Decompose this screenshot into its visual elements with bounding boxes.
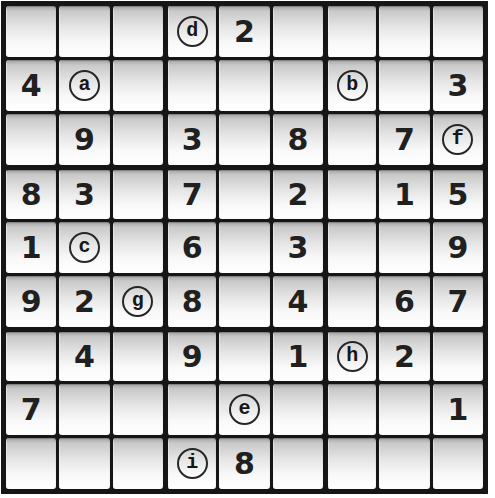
cell-r3c5[interactable]	[219, 114, 269, 165]
cell-r2c1[interactable]: 4	[6, 60, 56, 111]
cell-r9c1[interactable]	[6, 438, 56, 489]
given-digit-r6c1: 9	[21, 287, 42, 317]
given-digit-r4c6: 2	[287, 180, 308, 210]
cell-r3c9[interactable]: f	[433, 114, 483, 165]
circle-label-i: i	[177, 448, 208, 479]
cell-r3c6[interactable]: 8	[273, 114, 323, 165]
circle-label-c: c	[69, 232, 100, 263]
cell-r6c3[interactable]: g	[113, 276, 163, 327]
given-digit-r8c9: 1	[447, 395, 468, 425]
cell-r6c6[interactable]: 4	[273, 276, 323, 327]
cell-r6c5[interactable]	[219, 276, 269, 327]
cell-r3c8[interactable]: 7	[379, 114, 429, 165]
cell-r3c1[interactable]	[6, 114, 56, 165]
cell-r7c5[interactable]	[219, 330, 269, 381]
given-digit-r7c4: 9	[182, 342, 203, 372]
circle-label-a: a	[69, 70, 100, 101]
circle-label-h: h	[337, 341, 368, 372]
cell-r9c3[interactable]	[113, 438, 163, 489]
given-digit-r4c9: 5	[447, 180, 468, 210]
cell-r1c8[interactable]	[379, 6, 429, 57]
cell-r1c3[interactable]	[113, 6, 163, 57]
given-digit-r6c4: 8	[182, 287, 203, 317]
circle-label-e: e	[229, 394, 260, 425]
cell-r5c8[interactable]	[379, 222, 429, 273]
cell-r4c6[interactable]: 2	[273, 168, 323, 219]
cell-r6c8[interactable]: 6	[379, 276, 429, 327]
cell-r2c3[interactable]	[113, 60, 163, 111]
cell-r2c4[interactable]	[166, 60, 216, 111]
cell-r7c7[interactable]: h	[326, 330, 376, 381]
given-digit-r1c5: 2	[234, 17, 255, 47]
cell-r3c7[interactable]	[326, 114, 376, 165]
given-digit-r5c6: 3	[287, 233, 308, 263]
cell-r4c2[interactable]: 3	[59, 168, 109, 219]
cell-r2c2[interactable]: a	[59, 60, 109, 111]
cell-r1c5[interactable]: 2	[219, 6, 269, 57]
cell-r7c9[interactable]	[433, 330, 483, 381]
cell-r7c8[interactable]: 2	[379, 330, 429, 381]
cell-r1c7[interactable]	[326, 6, 376, 57]
cell-r6c2[interactable]: 2	[59, 276, 109, 327]
cell-r6c1[interactable]: 9	[6, 276, 56, 327]
cell-r4c3[interactable]	[113, 168, 163, 219]
given-digit-r5c1: 1	[21, 233, 42, 263]
given-digit-r4c4: 7	[182, 180, 203, 210]
cell-r4c8[interactable]: 1	[379, 168, 429, 219]
cell-r5c4[interactable]: 6	[166, 222, 216, 273]
cell-r7c6[interactable]: 1	[273, 330, 323, 381]
cell-r1c9[interactable]	[433, 6, 483, 57]
sudoku-board: d24ab39387f8372151c63992g8467491h27e1i8	[1, 1, 488, 494]
circle-label-g: g	[122, 286, 153, 317]
cell-r6c4[interactable]: 8	[166, 276, 216, 327]
cell-r3c2[interactable]: 9	[59, 114, 109, 165]
cell-r2c8[interactable]	[379, 60, 429, 111]
given-digit-r6c6: 4	[287, 287, 308, 317]
circle-label-d: d	[177, 16, 208, 47]
given-digit-r7c2: 4	[74, 342, 95, 372]
cell-r8c2[interactable]	[59, 384, 109, 435]
cell-r7c1[interactable]	[6, 330, 56, 381]
cell-r9c2[interactable]	[59, 438, 109, 489]
cell-r2c5[interactable]	[219, 60, 269, 111]
given-digit-r3c4: 3	[182, 125, 203, 155]
cell-r7c4[interactable]: 9	[166, 330, 216, 381]
cell-r8c3[interactable]	[113, 384, 163, 435]
cell-r1c2[interactable]	[59, 6, 109, 57]
given-digit-r7c6: 1	[287, 342, 308, 372]
cell-r9c5[interactable]: 8	[219, 438, 269, 489]
cell-r2c7[interactable]: b	[326, 60, 376, 111]
cell-r5c1[interactable]: 1	[6, 222, 56, 273]
circle-label-f: f	[442, 124, 473, 155]
given-digit-r6c8: 6	[394, 287, 415, 317]
given-digit-r6c9: 7	[447, 287, 468, 317]
cell-r9c6[interactable]	[273, 438, 323, 489]
given-digit-r4c1: 8	[21, 180, 42, 210]
cell-r6c7[interactable]	[326, 276, 376, 327]
cell-r4c5[interactable]	[219, 168, 269, 219]
given-digit-r3c2: 9	[74, 125, 95, 155]
circle-label-b: b	[337, 70, 368, 101]
cell-r8c1[interactable]: 7	[6, 384, 56, 435]
cell-r2c9[interactable]: 3	[433, 60, 483, 111]
cell-r4c1[interactable]: 8	[6, 168, 56, 219]
cell-r9c9[interactable]	[433, 438, 483, 489]
cell-r6c9[interactable]: 7	[433, 276, 483, 327]
cell-r8c5[interactable]: e	[219, 384, 269, 435]
given-digit-r5c4: 6	[182, 233, 203, 263]
given-digit-r4c2: 3	[74, 180, 95, 210]
cell-r4c7[interactable]	[326, 168, 376, 219]
given-digit-r4c8: 1	[394, 180, 415, 210]
cell-r5c6[interactable]: 3	[273, 222, 323, 273]
given-digit-r7c8: 2	[394, 342, 415, 372]
cell-r8c6[interactable]	[273, 384, 323, 435]
cell-r3c3[interactable]	[113, 114, 163, 165]
cell-r5c9[interactable]: 9	[433, 222, 483, 273]
given-digit-r5c9: 9	[447, 233, 468, 263]
cell-r7c2[interactable]: 4	[59, 330, 109, 381]
cell-r1c4[interactable]: d	[166, 6, 216, 57]
given-digit-r8c1: 7	[21, 395, 42, 425]
cell-r8c9[interactable]: 1	[433, 384, 483, 435]
cell-r5c3[interactable]	[113, 222, 163, 273]
cell-r5c2[interactable]: c	[59, 222, 109, 273]
cell-r8c4[interactable]	[166, 384, 216, 435]
cell-r2c6[interactable]	[273, 60, 323, 111]
cell-r9c4[interactable]: i	[166, 438, 216, 489]
cell-r1c1[interactable]	[6, 6, 56, 57]
given-digit-r2c1: 4	[21, 71, 42, 101]
cell-r4c4[interactable]: 7	[166, 168, 216, 219]
given-digit-r6c2: 2	[74, 287, 95, 317]
cell-r5c7[interactable]	[326, 222, 376, 273]
given-digit-r3c6: 8	[287, 125, 308, 155]
cell-r5c5[interactable]	[219, 222, 269, 273]
cell-r9c8[interactable]	[379, 438, 429, 489]
cell-r9c7[interactable]	[326, 438, 376, 489]
cell-r4c9[interactable]: 5	[433, 168, 483, 219]
cell-r3c4[interactable]: 3	[166, 114, 216, 165]
given-digit-r3c8: 7	[394, 125, 415, 155]
cell-r8c8[interactable]	[379, 384, 429, 435]
given-digit-r9c5: 8	[234, 449, 255, 479]
cell-r7c3[interactable]	[113, 330, 163, 381]
given-digit-r2c9: 3	[447, 71, 468, 101]
cell-r8c7[interactable]	[326, 384, 376, 435]
cell-r1c6[interactable]	[273, 6, 323, 57]
